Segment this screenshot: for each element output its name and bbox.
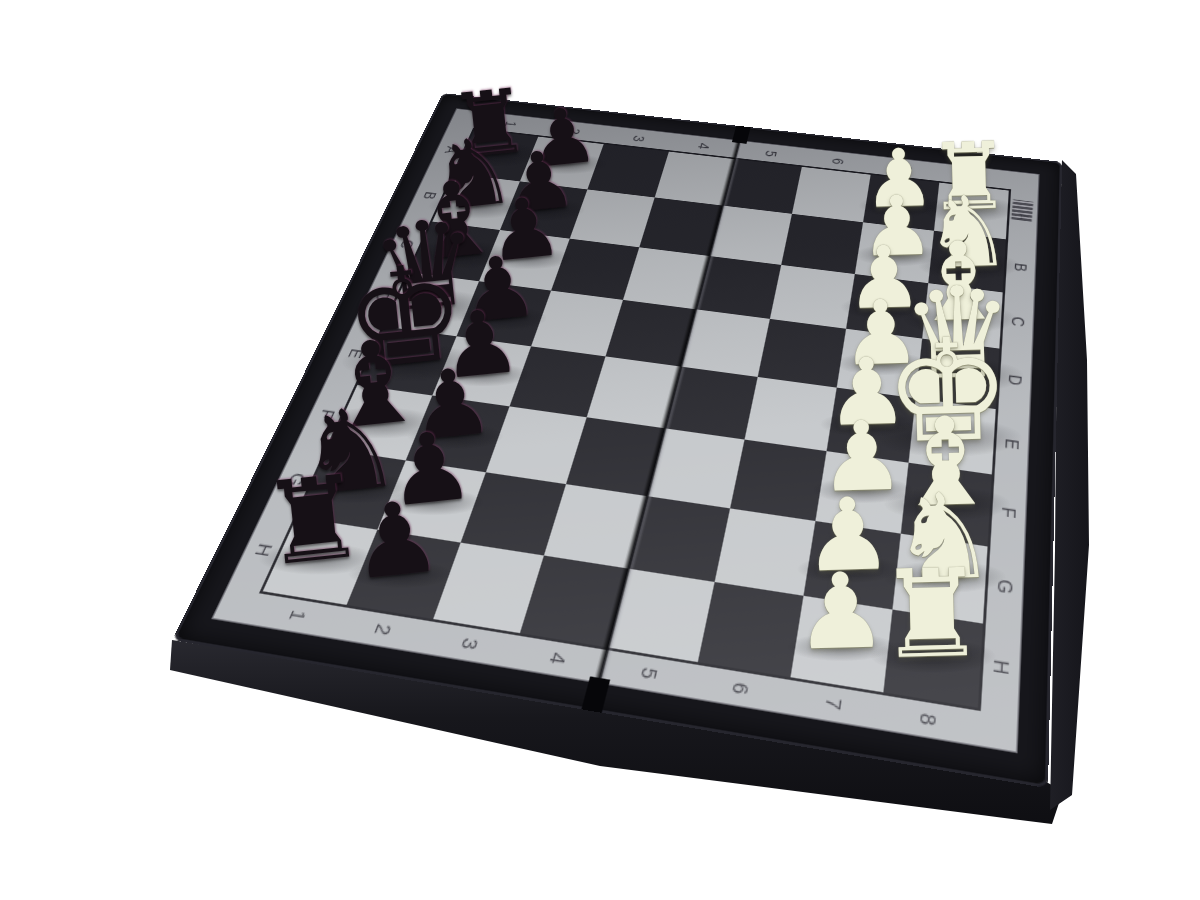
rank-label-top-3: 3 bbox=[630, 135, 647, 143]
rank-label-top-6: 6 bbox=[829, 157, 846, 165]
square-h5[interactable] bbox=[608, 568, 715, 662]
square-e5[interactable] bbox=[665, 367, 758, 440]
square-h6[interactable] bbox=[698, 582, 803, 677]
square-d4[interactable] bbox=[605, 300, 696, 367]
square-c5[interactable] bbox=[696, 256, 782, 319]
piece-white-pawn-h7[interactable]: ♟ bbox=[793, 558, 889, 665]
piece-white-rook-h8[interactable]: ♜ bbox=[876, 554, 988, 678]
square-c4[interactable] bbox=[623, 247, 710, 309]
photo-stage: 1122334455667788AABBCCDDEEFFGGHH ♜♞♝♛♚♝♞… bbox=[0, 0, 1200, 900]
piece-black-pawn-h2[interactable]: ♟ bbox=[347, 486, 446, 595]
square-f5[interactable] bbox=[648, 429, 745, 508]
brand-mark bbox=[1011, 199, 1033, 222]
square-a5[interactable] bbox=[723, 159, 802, 214]
square-g5[interactable] bbox=[629, 496, 731, 582]
square-a4[interactable] bbox=[654, 152, 735, 206]
square-d5[interactable] bbox=[681, 309, 770, 377]
square-b4[interactable] bbox=[639, 198, 723, 256]
rank-label-top-4: 4 bbox=[696, 142, 713, 150]
rank-label-top-5: 5 bbox=[762, 150, 779, 158]
square-b5[interactable] bbox=[710, 206, 792, 265]
